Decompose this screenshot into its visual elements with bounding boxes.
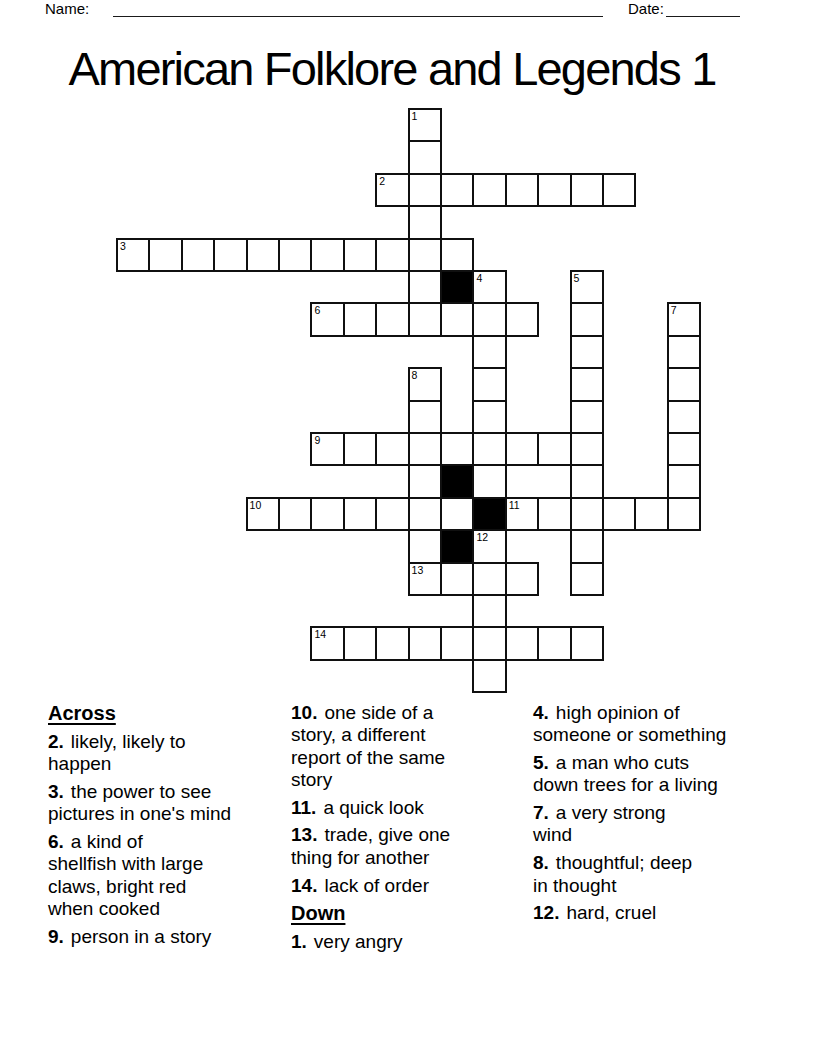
cell-r6-c11[interactable] — [472, 302, 506, 336]
clue-across-6-text: a kind of shellfish with large claws, br… — [48, 831, 203, 919]
cell-r4-c10[interactable] — [440, 238, 474, 272]
clue-across-14-text: lack of order — [324, 875, 429, 896]
cell-r6-c8[interactable] — [375, 302, 409, 336]
clue-across-11-text: a quick look — [323, 797, 423, 818]
clue-number-4: 4 — [476, 272, 482, 284]
cell-r12-c17[interactable] — [667, 497, 701, 531]
cell-r4-c2[interactable] — [181, 238, 215, 272]
clue-down-5: 5.a man who cuts down trees for a living — [533, 752, 793, 797]
cell-r4-c8[interactable] — [375, 238, 409, 272]
crossword-grid: 1234567891011121314 — [117, 109, 703, 695]
clue-down-8-text: thoughtful; deep in thought — [533, 852, 692, 895]
clues-column-2: 10.one side of a story, a different repo… — [291, 702, 529, 959]
clue-down-4: 4.high opinion of someone or something — [533, 702, 793, 747]
cell-r16-c9[interactable] — [408, 626, 442, 660]
cell-r10-c14[interactable] — [570, 432, 604, 466]
clue-across-3-text: the power to see pictures in one's mind — [48, 781, 231, 824]
cell-r13-c11[interactable]: 12 — [472, 529, 506, 563]
cell-r16-c10[interactable] — [440, 626, 474, 660]
cell-r14-c11[interactable] — [472, 562, 506, 596]
cell-r10-c10[interactable] — [440, 432, 474, 466]
cell-r9-c11[interactable] — [472, 400, 506, 434]
black-cell-r12-c11 — [472, 497, 506, 531]
cell-r12-c6[interactable] — [310, 497, 344, 531]
cell-r6-c10[interactable] — [440, 302, 474, 336]
cell-r4-c4[interactable] — [246, 238, 280, 272]
cell-r12-c9[interactable] — [408, 497, 442, 531]
clue-across-9-number: 9. — [48, 926, 64, 947]
clue-across-11: 11.a quick look — [291, 797, 529, 819]
cell-r13-c9[interactable] — [408, 529, 442, 563]
cell-r11-c11[interactable] — [472, 464, 506, 498]
cell-r10-c12[interactable] — [505, 432, 539, 466]
cell-r6-c17[interactable]: 7 — [667, 302, 701, 336]
cell-r16-c14[interactable] — [570, 626, 604, 660]
cell-r4-c0[interactable]: 3 — [116, 238, 150, 272]
cell-r6-c6[interactable]: 6 — [310, 302, 344, 336]
clue-number-9: 9 — [314, 434, 320, 446]
down-heading: Down — [291, 902, 529, 924]
cell-r6-c12[interactable] — [505, 302, 539, 336]
cell-r16-c13[interactable] — [537, 626, 571, 660]
cell-r8-c17[interactable] — [667, 367, 701, 401]
cell-r2-c12[interactable] — [505, 173, 539, 207]
cell-r1-c9[interactable] — [408, 140, 442, 174]
clue-down-7-number: 7. — [533, 802, 549, 823]
cell-r8-c9[interactable]: 8 — [408, 367, 442, 401]
clue-number-11: 11 — [509, 499, 520, 511]
clue-number-12: 12 — [476, 531, 488, 543]
clue-down-1: 1.very angry — [291, 931, 529, 953]
clues-column-1: Across2.likely, likely to happen3.the po… — [48, 702, 286, 954]
cell-r4-c1[interactable] — [148, 238, 182, 272]
cell-r2-c15[interactable] — [602, 173, 636, 207]
clue-down-12-text: hard, cruel — [566, 902, 656, 923]
cell-r2-c13[interactable] — [537, 173, 571, 207]
black-cell-r5-c10 — [440, 270, 474, 304]
clue-across-6: 6.a kind of shellfish with large claws, … — [48, 831, 286, 920]
clue-down-12-number: 12. — [533, 902, 559, 923]
clue-across-3-number: 3. — [48, 781, 64, 802]
clue-across-10-number: 10. — [291, 702, 317, 723]
clue-across-14-number: 14. — [291, 875, 317, 896]
clue-across-2: 2.likely, likely to happen — [48, 731, 286, 776]
cell-r0-c9[interactable]: 1 — [408, 108, 442, 142]
cell-r11-c17[interactable] — [667, 464, 701, 498]
clue-number-5: 5 — [574, 272, 580, 284]
cell-r11-c9[interactable] — [408, 464, 442, 498]
cell-r12-c8[interactable] — [375, 497, 409, 531]
cell-r10-c13[interactable] — [537, 432, 571, 466]
clue-across-6-number: 6. — [48, 831, 64, 852]
clue-across-9-text: person in a story — [71, 926, 211, 947]
cell-r7-c14[interactable] — [570, 335, 604, 369]
clue-down-8-number: 8. — [533, 852, 549, 873]
cell-r2-c14[interactable] — [570, 173, 604, 207]
date-label: Date: — [628, 1, 664, 17]
cell-r16-c7[interactable] — [343, 626, 377, 660]
cell-r5-c14[interactable]: 5 — [570, 270, 604, 304]
cell-r14-c12[interactable] — [505, 562, 539, 596]
across-heading: Across — [48, 702, 286, 724]
cell-r12-c14[interactable] — [570, 497, 604, 531]
clue-number-13: 13 — [412, 564, 424, 576]
cell-r7-c11[interactable] — [472, 335, 506, 369]
cell-r4-c3[interactable] — [213, 238, 247, 272]
clue-across-11-number: 11. — [291, 797, 316, 818]
cell-r12-c4[interactable]: 10 — [246, 497, 280, 531]
cell-r12-c15[interactable] — [602, 497, 636, 531]
clue-number-7: 7 — [671, 304, 677, 316]
clue-down-12: 12.hard, cruel — [533, 902, 793, 924]
cell-r12-c10[interactable] — [440, 497, 474, 531]
clue-down-7-text: a very strong wind — [533, 802, 666, 845]
clue-number-8: 8 — [412, 369, 418, 381]
cell-r2-c8[interactable]: 2 — [375, 173, 409, 207]
clue-down-1-text: very angry — [314, 931, 403, 952]
cell-r14-c14[interactable] — [570, 562, 604, 596]
date-input-line[interactable] — [666, 0, 740, 17]
clue-across-2-number: 2. — [48, 731, 64, 752]
clues-column-3: 4.high opinion of someone or something5.… — [533, 702, 793, 930]
clue-number-2: 2 — [379, 175, 385, 187]
cell-r16-c8[interactable] — [375, 626, 409, 660]
clue-across-14: 14.lack of order — [291, 875, 529, 897]
cell-r10-c17[interactable] — [667, 432, 701, 466]
cell-r10-c8[interactable] — [375, 432, 409, 466]
cell-r3-c9[interactable] — [408, 205, 442, 239]
cell-r16-c6[interactable]: 14 — [310, 626, 344, 660]
cell-r5-c11[interactable]: 4 — [472, 270, 506, 304]
cell-r4-c9[interactable] — [408, 238, 442, 272]
clue-down-5-text: a man who cuts down trees for a living — [533, 752, 718, 795]
cell-r4-c6[interactable] — [310, 238, 344, 272]
cell-r11-c14[interactable] — [570, 464, 604, 498]
cell-r12-c7[interactable] — [343, 497, 377, 531]
cell-r9-c9[interactable] — [408, 400, 442, 434]
clue-number-14: 14 — [314, 628, 326, 640]
cell-r12-c16[interactable] — [634, 497, 668, 531]
cell-r2-c11[interactable] — [472, 173, 506, 207]
cell-r10-c9[interactable] — [408, 432, 442, 466]
cell-r15-c11[interactable] — [472, 594, 506, 628]
cell-r10-c7[interactable] — [343, 432, 377, 466]
cell-r8-c14[interactable] — [570, 367, 604, 401]
cell-r14-c10[interactable] — [440, 562, 474, 596]
clue-across-3: 3.the power to see pictures in one's min… — [48, 781, 286, 826]
cell-r17-c11[interactable] — [472, 659, 506, 693]
clue-across-9: 9.person in a story — [48, 926, 286, 948]
cell-r7-c17[interactable] — [667, 335, 701, 369]
name-input-line[interactable] — [113, 0, 603, 17]
clue-number-6: 6 — [314, 304, 320, 316]
cell-r4-c5[interactable] — [278, 238, 312, 272]
clue-number-1: 1 — [412, 110, 418, 122]
clue-across-10: 10.one side of a story, a different repo… — [291, 702, 529, 791]
cell-r10-c11[interactable] — [472, 432, 506, 466]
clue-down-1-number: 1. — [291, 931, 307, 952]
clue-down-7: 7.a very strong wind — [533, 802, 793, 847]
black-cell-r13-c10 — [440, 529, 474, 563]
clue-number-10: 10 — [250, 499, 262, 511]
cell-r9-c14[interactable] — [570, 400, 604, 434]
cell-r9-c17[interactable] — [667, 400, 701, 434]
cell-r8-c11[interactable] — [472, 367, 506, 401]
clue-number-3: 3 — [120, 240, 126, 252]
cell-r12-c12[interactable]: 11 — [505, 497, 539, 531]
cell-r16-c12[interactable] — [505, 626, 539, 660]
cell-r6-c14[interactable] — [570, 302, 604, 336]
clue-down-4-number: 4. — [533, 702, 549, 723]
cell-r5-c9[interactable] — [408, 270, 442, 304]
cell-r2-c9[interactable] — [408, 173, 442, 207]
clue-across-13: 13.trade, give one thing for another — [291, 824, 529, 869]
cell-r6-c9[interactable] — [408, 302, 442, 336]
cell-r12-c13[interactable] — [537, 497, 571, 531]
cell-r12-c5[interactable] — [278, 497, 312, 531]
clue-down-4-text: high opinion of someone or something — [533, 702, 726, 745]
cell-r16-c11[interactable] — [472, 626, 506, 660]
clue-down-8: 8.thoughtful; deep in thought — [533, 852, 793, 897]
cell-r6-c7[interactable] — [343, 302, 377, 336]
page-title: American Folklore and Legends 1 — [0, 45, 784, 92]
cell-r14-c9[interactable]: 13 — [408, 562, 442, 596]
cell-r10-c6[interactable]: 9 — [310, 432, 344, 466]
black-cell-r11-c10 — [440, 464, 474, 498]
cell-r13-c14[interactable] — [570, 529, 604, 563]
clue-down-5-number: 5. — [533, 752, 549, 773]
clue-across-2-text: likely, likely to happen — [48, 731, 186, 774]
cell-r4-c7[interactable] — [343, 238, 377, 272]
cell-r2-c10[interactable] — [440, 173, 474, 207]
name-label: Name: — [45, 1, 89, 17]
clue-across-13-number: 13. — [291, 824, 317, 845]
